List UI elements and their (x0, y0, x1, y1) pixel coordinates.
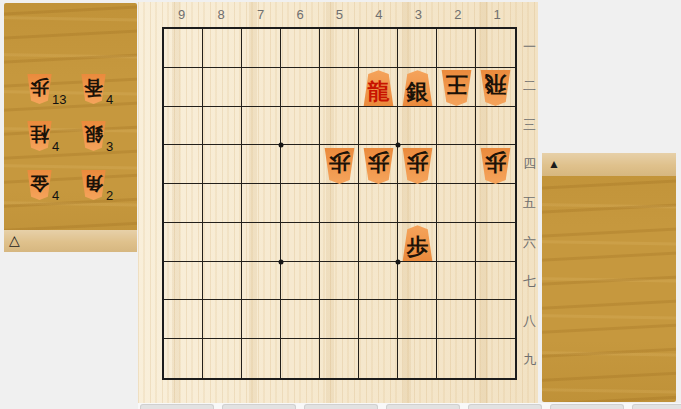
board-cell-9-9[interactable] (164, 339, 203, 378)
board-cell-1-1[interactable] (476, 29, 515, 68)
board-cell-5-6[interactable] (320, 223, 359, 262)
board-cell-2-9[interactable] (437, 339, 476, 378)
star-point (396, 143, 401, 148)
koma-kanji: 歩 (368, 148, 390, 176)
hand-count-銀: 3 (106, 140, 113, 153)
file-label-3: 3 (399, 7, 438, 24)
board-cell-4-5[interactable] (359, 184, 398, 223)
rank-label-6: 六 (521, 223, 538, 262)
board-cell-5-2[interactable] (320, 68, 359, 107)
board-cell-2-8[interactable] (437, 300, 476, 339)
hand-count-角: 2 (106, 189, 113, 202)
board-cell-7-7[interactable] (242, 262, 281, 301)
board-cell-7-4[interactable] (242, 145, 281, 184)
file-label-2: 2 (438, 7, 477, 24)
board-cell-7-3[interactable] (242, 107, 281, 146)
rank-label-4: 四 (521, 145, 538, 184)
shogi-board-panel: 987654321 一二三四五六七八九 龍銀王飛歩歩歩歩歩 (138, 2, 538, 403)
board-cell-6-2[interactable] (281, 68, 320, 107)
koma-kanji: 歩 (329, 148, 351, 176)
koma-kanji: 歩 (407, 233, 429, 261)
hand-count-歩: 13 (52, 93, 66, 106)
board-cell-3-1[interactable] (398, 29, 437, 68)
board-cell-5-7[interactable] (320, 262, 359, 301)
koma-kanji: 歩 (407, 148, 429, 176)
koma-kanji: 銀 (407, 78, 429, 106)
gote-indicator: △ (9, 233, 20, 247)
board-cell-6-6[interactable] (281, 223, 320, 262)
file-label-4: 4 (359, 7, 398, 24)
star-point (279, 259, 284, 264)
shogi-board[interactable]: 龍銀王飛歩歩歩歩歩 (162, 27, 517, 380)
rank-label-3: 三 (521, 105, 538, 144)
board-cell-7-5[interactable] (242, 184, 281, 223)
star-point (396, 259, 401, 264)
board-cell-3-8[interactable] (398, 300, 437, 339)
rank-label-7: 七 (521, 262, 538, 301)
rank-label-5: 五 (521, 184, 538, 223)
star-point (279, 143, 284, 148)
koma-kanji: 桂 (30, 121, 49, 146)
board-cell-8-2[interactable] (203, 68, 242, 107)
board-cell-8-6[interactable] (203, 223, 242, 262)
board-cell-9-2[interactable] (164, 68, 203, 107)
board-cell-9-1[interactable] (164, 29, 203, 68)
hand-count-金: 4 (52, 189, 59, 202)
board-cell-1-7[interactable] (476, 262, 515, 301)
file-label-8: 8 (201, 7, 240, 24)
koma-kanji: 飛 (485, 70, 507, 98)
board-cell-9-4[interactable] (164, 145, 203, 184)
koma-kanji: 銀 (84, 121, 103, 146)
board-cell-1-6[interactable] (476, 223, 515, 262)
board-cell-5-8[interactable] (320, 300, 359, 339)
board-cell-3-9[interactable] (398, 339, 437, 378)
board-cell-2-3[interactable] (437, 107, 476, 146)
hand-count-桂: 4 (52, 140, 59, 153)
hand-koma-桂[interactable]: 桂 (26, 121, 53, 151)
board-cell-4-6[interactable] (359, 223, 398, 262)
board-cell-9-8[interactable] (164, 300, 203, 339)
board-cell-6-3[interactable] (281, 107, 320, 146)
hand-koma-角[interactable]: 角 (80, 170, 107, 200)
hand-koma-香[interactable]: 香 (80, 74, 107, 104)
board-cell-8-9[interactable] (203, 339, 242, 378)
board-cell-4-1[interactable] (359, 29, 398, 68)
board-cell-7-1[interactable] (242, 29, 281, 68)
board-cell-6-4[interactable] (281, 145, 320, 184)
bottom-button[interactable] (468, 404, 542, 409)
koma-kanji: 金 (30, 170, 49, 195)
hand-koma-金[interactable]: 金 (26, 170, 53, 200)
board-cell-3-7[interactable] (398, 262, 437, 301)
board-cell-1-5[interactable] (476, 184, 515, 223)
bottom-button[interactable] (304, 404, 378, 409)
board-cell-7-8[interactable] (242, 300, 281, 339)
board-cell-5-5[interactable] (320, 184, 359, 223)
board-cell-9-7[interactable] (164, 262, 203, 301)
board-cell-9-6[interactable] (164, 223, 203, 262)
file-label-1: 1 (478, 7, 517, 24)
bottom-toolbar-cutoff (138, 403, 681, 409)
bottom-button[interactable] (632, 404, 681, 409)
board-cell-8-5[interactable] (203, 184, 242, 223)
board-cell-3-3[interactable] (398, 107, 437, 146)
board-cell-6-9[interactable] (281, 339, 320, 378)
board-cell-2-4[interactable] (437, 145, 476, 184)
board-cell-7-9[interactable] (242, 339, 281, 378)
board-cell-1-8[interactable] (476, 300, 515, 339)
rank-label-2: 二 (521, 66, 538, 105)
koma-kanji: 歩 (30, 74, 49, 99)
file-labels: 987654321 (162, 7, 517, 24)
koma-kanji: 香 (84, 74, 103, 99)
koma-kanji: 王 (446, 70, 468, 98)
sente-hand-tray: ▲ (542, 153, 676, 402)
file-label-5: 5 (320, 7, 359, 24)
sente-indicator-strip: ▲ (542, 153, 676, 176)
rank-label-1: 一 (521, 27, 538, 66)
board-cell-1-9[interactable] (476, 339, 515, 378)
gote-indicator-strip: △ (4, 230, 137, 252)
gote-hand-tray: 歩13香4桂4銀3金4角2 △ (4, 3, 137, 252)
board-cell-8-7[interactable] (203, 262, 242, 301)
board-cell-6-1[interactable] (281, 29, 320, 68)
file-label-9: 9 (162, 7, 201, 24)
rank-labels: 一二三四五六七八九 (521, 27, 538, 380)
board-cell-8-1[interactable] (203, 29, 242, 68)
rank-label-9: 九 (521, 341, 538, 380)
board-cell-6-5[interactable] (281, 184, 320, 223)
board-cell-7-6[interactable] (242, 223, 281, 262)
board-cell-4-7[interactable] (359, 262, 398, 301)
board-cell-8-4[interactable] (203, 145, 242, 184)
board-cell-4-8[interactable] (359, 300, 398, 339)
board-cell-6-7[interactable] (281, 262, 320, 301)
board-cell-9-5[interactable] (164, 184, 203, 223)
board-cell-9-3[interactable] (164, 107, 203, 146)
file-label-7: 7 (241, 7, 280, 24)
board-cell-5-3[interactable] (320, 107, 359, 146)
bottom-button[interactable] (550, 404, 624, 409)
board-cell-1-3[interactable] (476, 107, 515, 146)
rank-label-8: 八 (521, 302, 538, 341)
hand-count-香: 4 (106, 93, 113, 106)
board-cell-2-7[interactable] (437, 262, 476, 301)
koma-kanji: 歩 (485, 148, 507, 176)
board-cell-4-3[interactable] (359, 107, 398, 146)
bottom-button[interactable] (222, 404, 296, 409)
board-cell-5-1[interactable] (320, 29, 359, 68)
board-cell-2-5[interactable] (437, 184, 476, 223)
board-cell-2-1[interactable] (437, 29, 476, 68)
shogi-app: 歩13香4桂4銀3金4角2 △ 987654321 一二三四五六七八九 龍銀王飛… (0, 0, 681, 409)
sente-indicator: ▲ (548, 158, 560, 170)
koma-kanji: 龍 (368, 78, 390, 106)
board-cell-3-5[interactable] (398, 184, 437, 223)
board-cell-6-8[interactable] (281, 300, 320, 339)
koma-kanji: 角 (84, 170, 103, 195)
hand-koma-歩[interactable]: 歩 (26, 74, 53, 104)
bottom-button[interactable] (386, 404, 460, 409)
board-cell-8-3[interactable] (203, 107, 242, 146)
bottom-button[interactable] (140, 404, 214, 409)
hand-koma-銀[interactable]: 銀 (80, 121, 107, 151)
board-cell-2-6[interactable] (437, 223, 476, 262)
board-cell-8-8[interactable] (203, 300, 242, 339)
board-cell-5-9[interactable] (320, 339, 359, 378)
board-cell-4-9[interactable] (359, 339, 398, 378)
file-label-6: 6 (280, 7, 319, 24)
board-cell-7-2[interactable] (242, 68, 281, 107)
